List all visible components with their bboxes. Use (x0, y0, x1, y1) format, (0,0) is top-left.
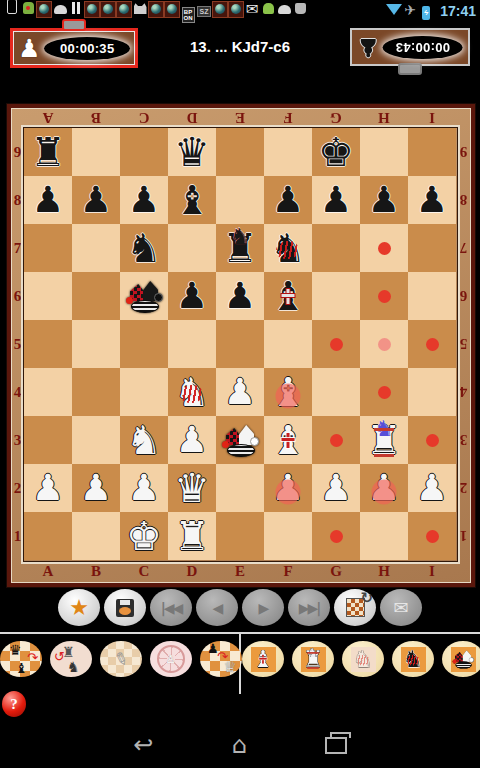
move-target-dot (330, 530, 343, 543)
square-a3[interactable] (24, 416, 72, 464)
square-g2[interactable]: ♟ (312, 464, 360, 512)
square-g8[interactable]: ♟ (312, 176, 360, 224)
piece-white-pawn: ♟ (32, 465, 64, 511)
black-clock-time: 00:00:43 (383, 36, 463, 59)
piece-black-zebra-knight: ♞ (403, 646, 424, 673)
piece-toolbar: ♛♝↷♜♞↺✎♙♟♕↷ ♝♜♞♞♞ (0, 641, 480, 677)
square-c5[interactable] (120, 320, 168, 368)
file-label-top-i: I (408, 108, 456, 128)
bp-on-icon: BPON (180, 7, 196, 24)
square-i9[interactable] (408, 128, 456, 176)
gmail-icon: ✉ (244, 1, 260, 18)
square-c2[interactable]: ♟ (120, 464, 168, 512)
piece-black-queen: ♛ (174, 129, 210, 175)
piece-black-king: ♚ (318, 129, 354, 175)
square-e6[interactable]: ♟ (216, 272, 264, 320)
move-target-dot (426, 338, 439, 351)
globe-icon (84, 1, 100, 18)
piece-white-marshal: ♜♞ (303, 646, 324, 673)
square-d8[interactable]: ♝ (168, 176, 216, 224)
file-label-top-g: G (312, 108, 360, 128)
white-crusader-bishop-tile: ♝ (251, 647, 276, 672)
square-b1[interactable] (72, 512, 120, 560)
corner (456, 108, 471, 128)
black-chess-clock[interactable]: ♟ 00:00:43 (350, 28, 470, 66)
piece-black-pawn: ♟ (128, 177, 160, 223)
square-d9[interactable]: ♛ (168, 128, 216, 176)
square-g7[interactable] (312, 224, 360, 272)
clear-board-button[interactable]: ✎ (100, 641, 142, 677)
piece-white-queen: ♛ (174, 465, 210, 511)
file-label-bottom-e: E (216, 560, 264, 583)
square-d1[interactable]: ♜ (168, 512, 216, 560)
square-c1[interactable]: ♚ (120, 512, 168, 560)
piece-black-pawn: ♟ (272, 177, 304, 223)
black-zebra-knight-button[interactable]: ♞ (392, 641, 434, 677)
square-e9[interactable] (216, 128, 264, 176)
file-label-bottom-a: A (24, 560, 72, 583)
square-c3[interactable]: ♞ (120, 416, 168, 464)
status-icons-right: ✈ϟ (386, 1, 434, 21)
square-f6[interactable]: ♝ (264, 272, 312, 320)
rank-label-right-4: 4 (456, 368, 471, 416)
jump-to-end-button[interactable]: ▶▶| (288, 589, 330, 626)
square-f1[interactable] (264, 512, 312, 560)
piece-white-crusader-bishop: ♝ (253, 646, 274, 673)
rank-label-right-2: 2 (456, 464, 471, 512)
rank-label-left-3: 3 (11, 416, 24, 464)
square-d6[interactable]: ♟ (168, 272, 216, 320)
square-h1[interactable] (360, 512, 408, 560)
attacked-own-piece-marker (372, 479, 397, 504)
airplane-mode-icon: ✈ (402, 2, 418, 19)
flip-board-button[interactable]: ↻ (334, 589, 376, 626)
square-b3[interactable] (72, 416, 120, 464)
globe-icon (228, 1, 244, 18)
square-g5[interactable] (312, 320, 360, 368)
square-g4[interactable] (312, 368, 360, 416)
game-toolbar: ★|◀◀◀▶▶▶|↻✉ (0, 589, 480, 626)
square-d2[interactable]: ♛ (168, 464, 216, 512)
square-d3[interactable]: ♟ (168, 416, 216, 464)
file-label-top-a: A (24, 108, 72, 128)
square-c7[interactable]: ♞ (120, 224, 168, 272)
rank-label-right-7: 7 (456, 224, 471, 272)
square-e5[interactable] (216, 320, 264, 368)
pale-move-target-dot (378, 338, 391, 351)
send-mail-button[interactable]: ✉ (380, 589, 422, 626)
rank-label-left-9: 9 (11, 128, 24, 176)
square-b2[interactable]: ♟ (72, 464, 120, 512)
white-crusader-bishop-button[interactable]: ♝ (242, 641, 284, 677)
piece-white-zebra-knight: ♞ (174, 369, 210, 415)
move-target-dot (426, 434, 439, 447)
file-label-bottom-g: G (312, 560, 360, 583)
square-i1[interactable] (408, 512, 456, 560)
square-a2[interactable]: ♟ (24, 464, 72, 512)
piece-black-pawn: ♟ (176, 273, 208, 319)
status-icons-left: BPONSZ✉ (4, 0, 308, 24)
help-button[interactable]: ? (2, 691, 26, 717)
white-zebra-knight-tile: ♞ (351, 647, 376, 672)
battery-charging-icon: ϟ (418, 4, 434, 21)
favorite-button[interactable]: ★ (58, 589, 100, 626)
swap-pieces-button[interactable]: ♜♞↺ (50, 641, 92, 677)
square-f3[interactable]: ♝ (264, 416, 312, 464)
back-nav-button[interactable]: ↩ (133, 733, 153, 757)
globe-icon (116, 1, 132, 18)
square-d7[interactable] (168, 224, 216, 272)
rank-label-right-9: 9 (456, 128, 471, 176)
square-h8[interactable]: ♟ (360, 176, 408, 224)
piece-black-pawn: ♟ (368, 177, 400, 223)
square-h5[interactable] (360, 320, 408, 368)
piece-white-knight: ♞ (126, 417, 162, 463)
file-label-top-b: B (72, 108, 120, 128)
square-a6[interactable] (24, 272, 72, 320)
square-a8[interactable]: ♟ (24, 176, 72, 224)
square-a5[interactable] (24, 320, 72, 368)
square-b4[interactable] (72, 368, 120, 416)
file-label-bottom-f: F (264, 560, 312, 583)
jump-to-start-button[interactable]: |◀◀ (150, 589, 192, 626)
piece-black-knight: ♞ (126, 225, 162, 271)
rank-label-left-5: 5 (11, 320, 24, 368)
white-marshal-button[interactable]: ♜♞ (292, 641, 334, 677)
rank-label-right-6: 6 (456, 272, 471, 320)
square-h3[interactable]: ♜♞ (360, 416, 408, 464)
move-target-dot (330, 434, 343, 447)
square-a1[interactable] (24, 512, 72, 560)
rank-label-left-1: 1 (11, 512, 24, 560)
move-target-dot (426, 530, 439, 543)
piece-black-jester (127, 278, 161, 314)
step-back-button[interactable]: ◀ (196, 589, 238, 626)
android-robot-icon (260, 0, 276, 17)
square-c9[interactable] (120, 128, 168, 176)
globe-icon (100, 1, 116, 18)
square-b6[interactable] (72, 272, 120, 320)
square-h7[interactable] (360, 224, 408, 272)
file-label-top-e: E (216, 108, 264, 128)
piece-black-pawn: ♟ (32, 177, 64, 223)
setup-position-button[interactable]: ♛♝↷ (0, 641, 42, 677)
piece-white-pawn: ♟ (176, 417, 208, 463)
file-label-top-c: C (120, 108, 168, 128)
piece-white-rook: ♜ (174, 513, 210, 559)
black-zebra-knight-tile: ♞ (401, 647, 426, 672)
square-c6[interactable] (120, 272, 168, 320)
robot-head-icon (52, 1, 68, 18)
square-i6[interactable] (408, 272, 456, 320)
attacked-own-piece-marker (276, 383, 301, 408)
square-b7[interactable] (72, 224, 120, 272)
square-c8[interactable]: ♟ (120, 176, 168, 224)
square-e7[interactable]: ♜♞ (216, 224, 264, 272)
rank-label-left-8: 8 (11, 176, 24, 224)
piece-black-crusader-bishop: ♝ (270, 273, 306, 319)
pause-icon (68, 0, 84, 17)
square-i7[interactable] (408, 224, 456, 272)
piece-black-pawn: ♟ (320, 177, 352, 223)
piece-white-pawn: ♟ (320, 465, 352, 511)
wifi-icon (386, 1, 402, 18)
black-pawn-icon: ♟ (357, 35, 379, 60)
corner (456, 560, 471, 583)
square-h2[interactable]: ♟ (360, 464, 408, 512)
file-label-bottom-b: B (72, 560, 120, 583)
rank-label-right-5: 5 (456, 320, 471, 368)
file-label-top-d: D (168, 108, 216, 128)
square-a9[interactable]: ♜ (24, 128, 72, 176)
square-g6[interactable] (312, 272, 360, 320)
square-h4[interactable] (360, 368, 408, 416)
shop-bag-icon (292, 0, 308, 17)
step-forward-button[interactable]: ▶ (242, 589, 284, 626)
attacked-own-piece-marker (276, 479, 301, 504)
square-i5[interactable] (408, 320, 456, 368)
globe-icon (36, 1, 52, 18)
piece-white-pawn: ♟ (80, 465, 112, 511)
piece-toolbar-left-group: ♛♝↷♜♞↺✎♙♟♕↷ (0, 641, 242, 677)
globe-icon (212, 1, 228, 18)
square-i8[interactable]: ♟ (408, 176, 456, 224)
piece-white-pawn: ♟ (416, 465, 448, 511)
jester-pair-button[interactable] (442, 641, 480, 677)
piece-black-rook: ♜ (30, 129, 66, 175)
globe-icon (148, 1, 164, 18)
piece-white-jester (453, 649, 473, 670)
file-label-top-h: H (360, 108, 408, 128)
black-clock-plunger (398, 63, 422, 75)
globe-icon (164, 1, 180, 18)
corner (11, 108, 24, 128)
recent-apps-nav-button[interactable] (325, 737, 347, 754)
square-f8[interactable]: ♟ (264, 176, 312, 224)
square-a7[interactable] (24, 224, 72, 272)
square-f2[interactable]: ♟ (264, 464, 312, 512)
square-f4[interactable]: ♝ (264, 368, 312, 416)
move-target-dot (378, 386, 391, 399)
piece-white-zebra-knight: ♞ (353, 646, 374, 673)
square-b5[interactable] (72, 320, 120, 368)
move-target-dot (378, 290, 391, 303)
square-e8[interactable] (216, 176, 264, 224)
square-e3[interactable] (216, 416, 264, 464)
android-bug-icon (20, 0, 36, 17)
home-nav-button[interactable]: ⌂ (231, 733, 246, 757)
piece-black-pawn: ♟ (80, 177, 112, 223)
rank-label-right-3: 3 (456, 416, 471, 464)
promotion-button[interactable]: ♟♕↷ (200, 641, 242, 677)
marshal-knight-head-icon: ♞ (230, 226, 250, 248)
rank-label-left-7: 7 (11, 224, 24, 272)
animal-face-icon (132, 0, 148, 17)
piece-white-pawn: ♟ (224, 369, 256, 415)
square-e1[interactable] (216, 512, 264, 560)
corner (11, 560, 24, 583)
rank-label-left-6: 6 (11, 272, 24, 320)
square-c4[interactable] (120, 368, 168, 416)
move-target-dot (378, 242, 391, 255)
sz-keyboard-icon: SZ (196, 3, 212, 20)
white-clock-plunger (62, 19, 86, 31)
file-label-bottom-i: I (408, 560, 456, 583)
white-zebra-knight-button[interactable]: ♞ (342, 641, 384, 677)
piece-black-pawn: ♟ (224, 273, 256, 319)
rank-label-right-8: 8 (456, 176, 471, 224)
square-g1[interactable] (312, 512, 360, 560)
square-e4[interactable]: ♟ (216, 368, 264, 416)
square-d5[interactable] (168, 320, 216, 368)
piece-toolbar-right-group: ♝♜♞♞♞ (242, 641, 480, 677)
square-f7[interactable]: ♞ (264, 224, 312, 272)
jester-pair-tile (451, 647, 476, 672)
board-grid: ABCDEFGHI9♜♛♚98♟♟♟♝♟♟♟♟87♞♜♞♞76♟♟♝6554♞♟… (11, 108, 471, 583)
white-marshal-tile: ♜♞ (301, 647, 326, 672)
square-i2[interactable]: ♟ (408, 464, 456, 512)
status-clock: 17:41 (440, 3, 476, 19)
square-i3[interactable] (408, 416, 456, 464)
app-screen: BPONSZ✉ ✈ϟ 17:41 ♟ 00:00:35 13. ... KJd7… (0, 0, 480, 768)
square-f5[interactable] (264, 320, 312, 368)
rank-label-left-2: 2 (11, 464, 24, 512)
piece-white-marshal: ♜♞ (366, 417, 402, 463)
file-label-bottom-h: H (360, 560, 408, 583)
square-h6[interactable] (360, 272, 408, 320)
square-i4[interactable] (408, 368, 456, 416)
move-target-dot (330, 338, 343, 351)
piece-black-pawn: ♟ (416, 177, 448, 223)
square-b9[interactable] (72, 128, 120, 176)
file-label-bottom-c: C (120, 560, 168, 583)
move-wheel-button[interactable]: ♙ (150, 641, 192, 677)
save-button[interactable] (104, 589, 146, 626)
piece-black-zebra-knight: ♞ (270, 225, 306, 271)
square-g3[interactable] (312, 416, 360, 464)
piece-white-pawn: ♟ (128, 465, 160, 511)
file-label-bottom-d: D (168, 560, 216, 583)
square-b8[interactable]: ♟ (72, 176, 120, 224)
square-g9[interactable]: ♚ (312, 128, 360, 176)
battery-icon (4, 0, 20, 15)
piece-black-bishop: ♝ (174, 177, 210, 223)
square-d4[interactable]: ♞ (168, 368, 216, 416)
square-a4[interactable] (24, 368, 72, 416)
piece-white-jester (223, 422, 257, 458)
piece-white-king: ♚ (126, 513, 162, 559)
chess-board: ABCDEFGHI9♜♛♚98♟♟♟♝♟♟♟♟87♞♜♞♞76♟♟♝6554♞♟… (7, 104, 475, 587)
rank-label-left-4: 4 (11, 368, 24, 416)
piece-white-crusader-bishop: ♝ (270, 417, 306, 463)
robot-head-icon (276, 1, 292, 18)
file-label-top-f: F (264, 108, 312, 128)
piece-black-marshal: ♜♞ (222, 225, 258, 271)
square-f9[interactable] (264, 128, 312, 176)
square-e2[interactable] (216, 464, 264, 512)
android-nav-bar: ↩⌂ (0, 722, 480, 768)
square-h9[interactable] (360, 128, 408, 176)
rank-label-right-1: 1 (456, 512, 471, 560)
